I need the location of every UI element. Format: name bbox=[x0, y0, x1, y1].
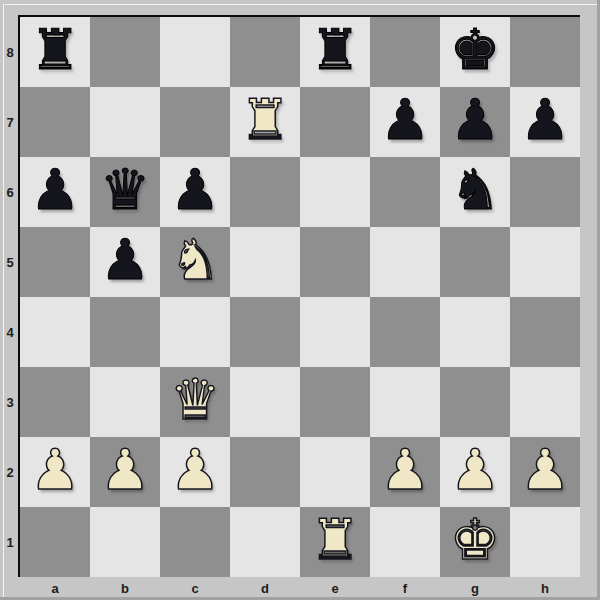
square-h3[interactable] bbox=[510, 367, 580, 437]
square-c6[interactable]: ♟ bbox=[160, 157, 230, 227]
square-f7[interactable]: ♟ bbox=[370, 87, 440, 157]
file-label-e: e bbox=[300, 578, 370, 598]
square-a3[interactable] bbox=[20, 367, 90, 437]
piece-white-rook: ♜ bbox=[310, 505, 360, 575]
piece-white-knight: ♞ bbox=[170, 225, 220, 295]
square-d7[interactable]: ♜ bbox=[230, 87, 300, 157]
board-frame: ♜♜♚♜♟♟♟♟♛♟♞♟♞♛♟♟♟♟♟♟♜♚ bbox=[18, 15, 580, 577]
file-label-d: d bbox=[230, 578, 300, 598]
square-g7[interactable]: ♟ bbox=[440, 87, 510, 157]
square-e3[interactable] bbox=[300, 367, 370, 437]
piece-black-pawn: ♟ bbox=[30, 155, 80, 225]
rank-label-3: 3 bbox=[0, 367, 20, 437]
square-d1[interactable] bbox=[230, 507, 300, 577]
square-c2[interactable]: ♟ bbox=[160, 437, 230, 507]
rank-label-6: 6 bbox=[0, 157, 20, 227]
piece-white-king: ♚ bbox=[450, 505, 500, 575]
square-e8[interactable]: ♜ bbox=[300, 17, 370, 87]
square-e2[interactable] bbox=[300, 437, 370, 507]
square-g2[interactable]: ♟ bbox=[440, 437, 510, 507]
square-f5[interactable] bbox=[370, 227, 440, 297]
piece-white-pawn: ♟ bbox=[30, 435, 80, 505]
square-b4[interactable] bbox=[90, 297, 160, 367]
square-f6[interactable] bbox=[370, 157, 440, 227]
square-g5[interactable] bbox=[440, 227, 510, 297]
square-b3[interactable] bbox=[90, 367, 160, 437]
piece-white-rook: ♜ bbox=[240, 85, 290, 155]
piece-white-pawn: ♟ bbox=[380, 435, 430, 505]
square-g1[interactable]: ♚ bbox=[440, 507, 510, 577]
square-e7[interactable] bbox=[300, 87, 370, 157]
square-e1[interactable]: ♜ bbox=[300, 507, 370, 577]
piece-black-rook: ♜ bbox=[310, 15, 360, 85]
square-h7[interactable]: ♟ bbox=[510, 87, 580, 157]
piece-black-rook: ♜ bbox=[30, 15, 80, 85]
square-b2[interactable]: ♟ bbox=[90, 437, 160, 507]
square-e4[interactable] bbox=[300, 297, 370, 367]
square-f4[interactable] bbox=[370, 297, 440, 367]
square-f3[interactable] bbox=[370, 367, 440, 437]
piece-white-pawn: ♟ bbox=[170, 435, 220, 505]
square-f1[interactable] bbox=[370, 507, 440, 577]
file-label-f: f bbox=[370, 578, 440, 598]
file-label-g: g bbox=[440, 578, 510, 598]
square-g6[interactable]: ♞ bbox=[440, 157, 510, 227]
square-d6[interactable] bbox=[230, 157, 300, 227]
square-a1[interactable] bbox=[20, 507, 90, 577]
square-f8[interactable] bbox=[370, 17, 440, 87]
rank-label-2: 2 bbox=[0, 437, 20, 507]
piece-black-knight: ♞ bbox=[450, 155, 500, 225]
square-a2[interactable]: ♟ bbox=[20, 437, 90, 507]
square-d3[interactable] bbox=[230, 367, 300, 437]
square-d2[interactable] bbox=[230, 437, 300, 507]
piece-black-pawn: ♟ bbox=[380, 85, 430, 155]
rank-label-1: 1 bbox=[0, 507, 20, 577]
rank-label-8: 8 bbox=[0, 17, 20, 87]
square-f2[interactable]: ♟ bbox=[370, 437, 440, 507]
square-g8[interactable]: ♚ bbox=[440, 17, 510, 87]
square-b6[interactable]: ♛ bbox=[90, 157, 160, 227]
square-h6[interactable] bbox=[510, 157, 580, 227]
square-a5[interactable] bbox=[20, 227, 90, 297]
piece-white-pawn: ♟ bbox=[520, 435, 570, 505]
file-labels: abcdefgh bbox=[20, 578, 580, 598]
square-h8[interactable] bbox=[510, 17, 580, 87]
square-a8[interactable]: ♜ bbox=[20, 17, 90, 87]
file-label-h: h bbox=[510, 578, 580, 598]
square-e5[interactable] bbox=[300, 227, 370, 297]
piece-black-pawn: ♟ bbox=[100, 225, 150, 295]
piece-white-queen: ♛ bbox=[170, 365, 220, 435]
square-a4[interactable] bbox=[20, 297, 90, 367]
square-b7[interactable] bbox=[90, 87, 160, 157]
piece-white-pawn: ♟ bbox=[450, 435, 500, 505]
square-g4[interactable] bbox=[440, 297, 510, 367]
rank-labels: 87654321 bbox=[0, 17, 20, 577]
square-c7[interactable] bbox=[160, 87, 230, 157]
square-e6[interactable] bbox=[300, 157, 370, 227]
square-g3[interactable] bbox=[440, 367, 510, 437]
square-h4[interactable] bbox=[510, 297, 580, 367]
square-a7[interactable] bbox=[20, 87, 90, 157]
square-d4[interactable] bbox=[230, 297, 300, 367]
square-c8[interactable] bbox=[160, 17, 230, 87]
square-c1[interactable] bbox=[160, 507, 230, 577]
piece-white-pawn: ♟ bbox=[100, 435, 150, 505]
file-label-a: a bbox=[20, 578, 90, 598]
chess-board: ♜♜♚♜♟♟♟♟♛♟♞♟♞♛♟♟♟♟♟♟♜♚ bbox=[20, 17, 580, 577]
rank-label-7: 7 bbox=[0, 87, 20, 157]
file-label-c: c bbox=[160, 578, 230, 598]
chess-diagram-window: 87654321 abcdefgh ♜♜♚♜♟♟♟♟♛♟♞♟♞♛♟♟♟♟♟♟♜♚ bbox=[0, 0, 600, 600]
square-c3[interactable]: ♛ bbox=[160, 367, 230, 437]
square-d5[interactable] bbox=[230, 227, 300, 297]
square-h1[interactable] bbox=[510, 507, 580, 577]
square-b1[interactable] bbox=[90, 507, 160, 577]
square-b8[interactable] bbox=[90, 17, 160, 87]
piece-black-queen: ♛ bbox=[100, 155, 150, 225]
piece-black-pawn: ♟ bbox=[520, 85, 570, 155]
rank-label-5: 5 bbox=[0, 227, 20, 297]
square-c5[interactable]: ♞ bbox=[160, 227, 230, 297]
square-c4[interactable] bbox=[160, 297, 230, 367]
piece-black-pawn: ♟ bbox=[450, 85, 500, 155]
rank-label-4: 4 bbox=[0, 297, 20, 367]
square-h2[interactable]: ♟ bbox=[510, 437, 580, 507]
file-label-b: b bbox=[90, 578, 160, 598]
square-h5[interactable] bbox=[510, 227, 580, 297]
piece-black-king: ♚ bbox=[450, 15, 500, 85]
square-a6[interactable]: ♟ bbox=[20, 157, 90, 227]
square-d8[interactable] bbox=[230, 17, 300, 87]
square-b5[interactable]: ♟ bbox=[90, 227, 160, 297]
piece-black-pawn: ♟ bbox=[170, 155, 220, 225]
